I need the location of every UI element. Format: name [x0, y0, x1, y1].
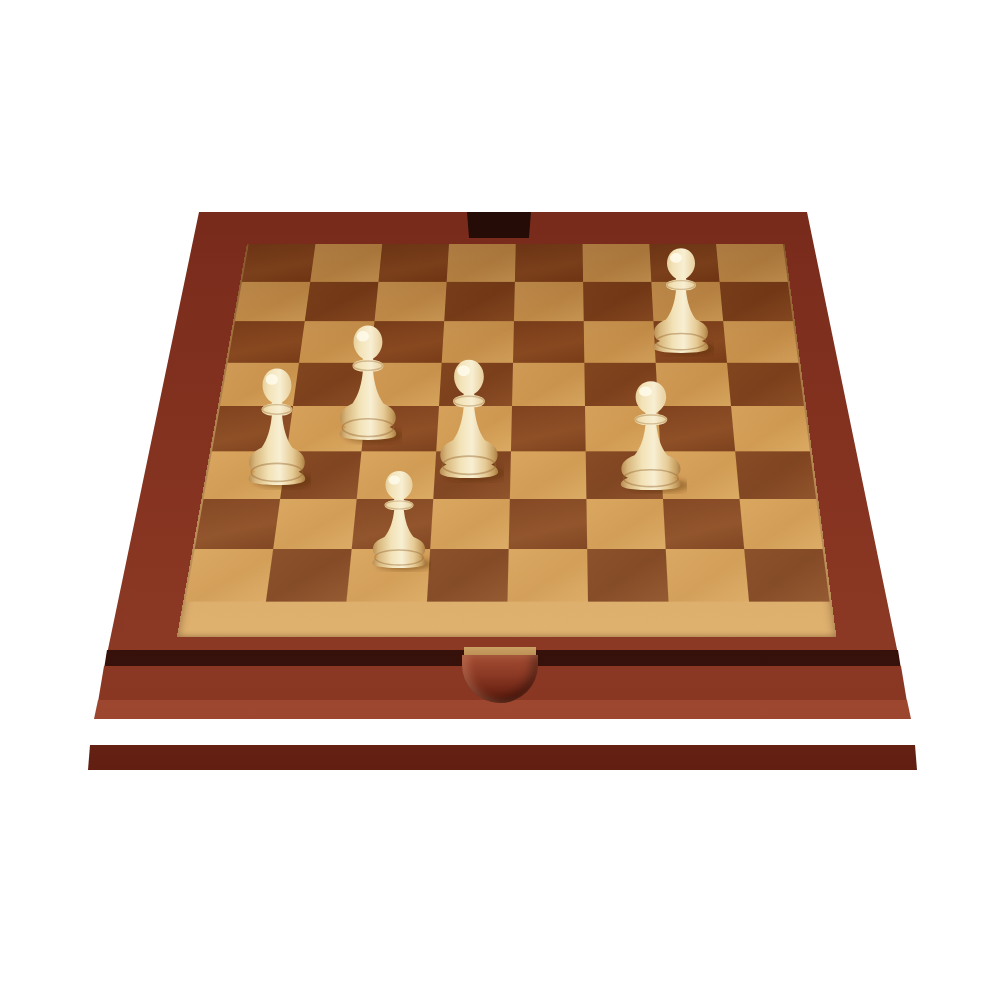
- piece-white-pawn-f3[interactable]: [617, 378, 687, 494]
- product-photo-canvas: [0, 0, 1005, 1005]
- piece-white-pawn-a3[interactable]: [245, 365, 311, 490]
- piece-white-pawn-g6[interactable]: [650, 245, 714, 357]
- piece-white-pawn-c4[interactable]: [336, 322, 402, 445]
- piece-white-pawn-d3[interactable]: [436, 356, 504, 483]
- pieces-layer: [0, 0, 1005, 1005]
- piece-white-pawn-c1[interactable]: [369, 468, 431, 572]
